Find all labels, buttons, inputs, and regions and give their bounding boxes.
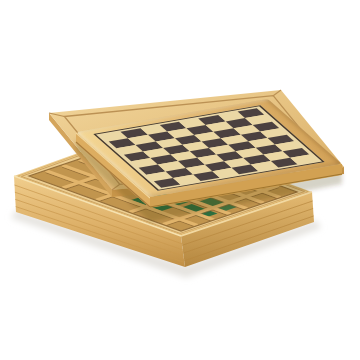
product-photo-scene — [0, 0, 360, 360]
